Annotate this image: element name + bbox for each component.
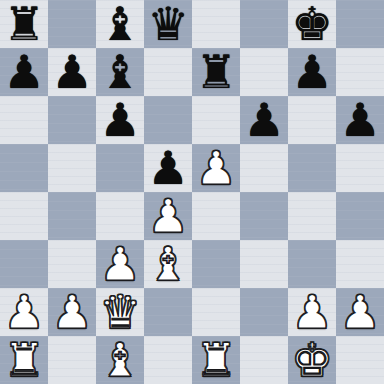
square-g8[interactable]: ♚ xyxy=(288,0,336,48)
piece-black-rook-e7[interactable]: ♜ xyxy=(195,48,236,96)
square-g1[interactable]: ♚ xyxy=(288,336,336,384)
square-f4[interactable] xyxy=(240,192,288,240)
square-h4[interactable] xyxy=(336,192,384,240)
square-b3[interactable] xyxy=(48,240,96,288)
piece-white-queen-c2[interactable]: ♛ xyxy=(99,288,140,336)
piece-white-pawn-a2[interactable]: ♟ xyxy=(3,288,44,336)
square-a7[interactable]: ♟ xyxy=(0,48,48,96)
piece-black-king-g8[interactable]: ♚ xyxy=(291,0,332,48)
square-c5[interactable] xyxy=(96,144,144,192)
piece-black-pawn-b7[interactable]: ♟ xyxy=(51,48,92,96)
square-c2[interactable]: ♛ xyxy=(96,288,144,336)
piece-white-pawn-b2[interactable]: ♟ xyxy=(51,288,92,336)
piece-black-bishop-c8[interactable]: ♝ xyxy=(99,0,140,48)
piece-white-pawn-h2[interactable]: ♟ xyxy=(339,288,380,336)
square-c8[interactable]: ♝ xyxy=(96,0,144,48)
piece-white-rook-e1[interactable]: ♜ xyxy=(195,336,236,384)
square-d5[interactable]: ♟ xyxy=(144,144,192,192)
square-c1[interactable]: ♝ xyxy=(96,336,144,384)
square-d7[interactable] xyxy=(144,48,192,96)
square-h5[interactable] xyxy=(336,144,384,192)
piece-white-pawn-e5[interactable]: ♟ xyxy=(195,144,236,192)
piece-white-rook-a1[interactable]: ♜ xyxy=(3,336,44,384)
square-g5[interactable] xyxy=(288,144,336,192)
square-f3[interactable] xyxy=(240,240,288,288)
square-f2[interactable] xyxy=(240,288,288,336)
square-a1[interactable]: ♜ xyxy=(0,336,48,384)
piece-white-bishop-d3[interactable]: ♝ xyxy=(147,240,188,288)
square-e1[interactable]: ♜ xyxy=(192,336,240,384)
square-d3[interactable]: ♝ xyxy=(144,240,192,288)
square-f6[interactable]: ♟ xyxy=(240,96,288,144)
square-a6[interactable] xyxy=(0,96,48,144)
square-a5[interactable] xyxy=(0,144,48,192)
square-g2[interactable]: ♟ xyxy=(288,288,336,336)
square-c6[interactable]: ♟ xyxy=(96,96,144,144)
square-c7[interactable]: ♝ xyxy=(96,48,144,96)
square-e3[interactable] xyxy=(192,240,240,288)
square-a8[interactable]: ♜ xyxy=(0,0,48,48)
square-f8[interactable] xyxy=(240,0,288,48)
square-f5[interactable] xyxy=(240,144,288,192)
piece-black-pawn-h6[interactable]: ♟ xyxy=(339,96,380,144)
square-e7[interactable]: ♜ xyxy=(192,48,240,96)
square-b2[interactable]: ♟ xyxy=(48,288,96,336)
piece-white-pawn-g2[interactable]: ♟ xyxy=(291,288,332,336)
square-d6[interactable] xyxy=(144,96,192,144)
square-f1[interactable] xyxy=(240,336,288,384)
square-g4[interactable] xyxy=(288,192,336,240)
square-d4[interactable]: ♟ xyxy=(144,192,192,240)
square-b4[interactable] xyxy=(48,192,96,240)
square-g7[interactable]: ♟ xyxy=(288,48,336,96)
square-g6[interactable] xyxy=(288,96,336,144)
square-g3[interactable] xyxy=(288,240,336,288)
piece-black-bishop-c7[interactable]: ♝ xyxy=(99,48,140,96)
square-h2[interactable]: ♟ xyxy=(336,288,384,336)
piece-white-bishop-c1[interactable]: ♝ xyxy=(99,336,140,384)
square-e2[interactable] xyxy=(192,288,240,336)
square-a2[interactable]: ♟ xyxy=(0,288,48,336)
square-f7[interactable] xyxy=(240,48,288,96)
piece-black-pawn-a7[interactable]: ♟ xyxy=(3,48,44,96)
square-h6[interactable]: ♟ xyxy=(336,96,384,144)
piece-black-pawn-g7[interactable]: ♟ xyxy=(291,48,332,96)
square-b5[interactable] xyxy=(48,144,96,192)
square-h8[interactable] xyxy=(336,0,384,48)
square-h7[interactable] xyxy=(336,48,384,96)
square-e4[interactable] xyxy=(192,192,240,240)
piece-black-rook-a8[interactable]: ♜ xyxy=(3,0,44,48)
square-h3[interactable] xyxy=(336,240,384,288)
piece-white-king-g1[interactable]: ♚ xyxy=(291,336,332,384)
square-c4[interactable] xyxy=(96,192,144,240)
piece-black-pawn-d5[interactable]: ♟ xyxy=(147,144,188,192)
square-b7[interactable]: ♟ xyxy=(48,48,96,96)
square-h1[interactable] xyxy=(336,336,384,384)
square-e5[interactable]: ♟ xyxy=(192,144,240,192)
piece-black-queen-d8[interactable]: ♛ xyxy=(147,0,188,48)
square-d1[interactable] xyxy=(144,336,192,384)
square-a3[interactable] xyxy=(0,240,48,288)
square-d2[interactable] xyxy=(144,288,192,336)
square-b1[interactable] xyxy=(48,336,96,384)
square-b6[interactable] xyxy=(48,96,96,144)
piece-white-pawn-d4[interactable]: ♟ xyxy=(147,192,188,240)
chess-board: ♜♝♛♚♟♟♝♜♟♟♟♟♟♟♟♟♝♟♟♛♟♟♜♝♜♚ xyxy=(0,0,384,384)
piece-black-pawn-f6[interactable]: ♟ xyxy=(243,96,284,144)
square-c3[interactable]: ♟ xyxy=(96,240,144,288)
piece-black-pawn-c6[interactable]: ♟ xyxy=(99,96,140,144)
square-d8[interactable]: ♛ xyxy=(144,0,192,48)
square-b8[interactable] xyxy=(48,0,96,48)
square-e8[interactable] xyxy=(192,0,240,48)
square-e6[interactable] xyxy=(192,96,240,144)
piece-white-pawn-c3[interactable]: ♟ xyxy=(99,240,140,288)
square-a4[interactable] xyxy=(0,192,48,240)
